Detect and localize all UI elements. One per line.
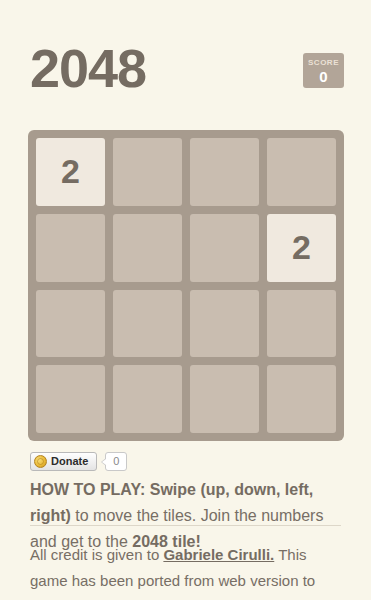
empty-cell-r3-c1 [113,365,182,433]
coin-icon [34,455,47,468]
board[interactable]: 22 [28,130,344,441]
divider-line [30,525,341,526]
gabriele-cirulli-link[interactable]: Gabriele Cirulli. [163,546,274,563]
empty-cell-r3-c3 [267,365,336,433]
empty-cell-r1-c0 [36,214,105,282]
game-page: 2048 SCORE 0 22 Donate 0 HOW TO PLAY: Sw… [0,0,371,600]
empty-cell-r3-c0 [36,365,105,433]
empty-cell-r2-c3 [267,290,336,358]
donate-row: Donate 0 [30,451,127,471]
donate-counter[interactable]: 0 [105,452,127,471]
empty-cell-r0-c3 [267,138,336,206]
tile-2-r1-c3: 2 [267,214,336,282]
donate-count: 0 [113,455,119,467]
empty-cell-r3-c2 [190,365,259,433]
credit-regular-1: All credit is given to [30,546,163,563]
tile-2-r0-c0: 2 [36,138,105,206]
empty-cell-r0-c2 [190,138,259,206]
credit-text: All credit is given to Gabriele Cirulli.… [30,542,343,600]
empty-cell-r1-c2 [190,214,259,282]
empty-cell-r1-c1 [113,214,182,282]
donate-button-label: Donate [51,455,88,467]
empty-cell-r0-c1 [113,138,182,206]
score-value: 0 [319,68,327,85]
empty-cell-r2-c2 [190,290,259,358]
donate-button[interactable]: Donate [30,452,97,471]
score-box: SCORE 0 [303,53,344,88]
empty-cell-r2-c1 [113,290,182,358]
score-label: SCORE [308,58,339,68]
empty-cell-r2-c0 [36,290,105,358]
page-title: 2048 [30,41,146,95]
